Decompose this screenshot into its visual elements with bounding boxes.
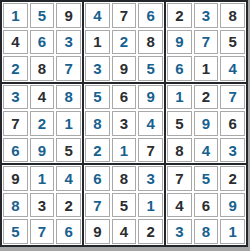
sudoku-board: 1594632874761283952389756143487216955698… [0,0,248,247]
sudoku-cell-r8c8[interactable]: 6 [194,193,219,218]
sudoku-cell-r9c8[interactable]: 8 [194,219,219,244]
sudoku-box-7: 914832576 [2,165,82,245]
sudoku-cell-r7c5[interactable]: 8 [112,166,137,191]
sudoku-cell-r6c5[interactable]: 1 [112,138,137,163]
sudoku-cell-r9c3[interactable]: 6 [56,219,81,244]
sudoku-cell-r4c5[interactable]: 6 [112,85,137,110]
sudoku-cell-r8c6[interactable]: 1 [138,193,163,218]
sudoku-cell-r7c3[interactable]: 4 [56,166,81,191]
sudoku-cell-r7c4[interactable]: 6 [85,166,110,191]
sudoku-cell-r1c7[interactable]: 2 [167,3,192,28]
sudoku-cell-r7c7[interactable]: 7 [167,166,192,191]
sudoku-cell-r2c4[interactable]: 1 [85,30,110,55]
sudoku-cell-r5c1[interactable]: 7 [3,111,28,136]
sudoku-cell-r5c9[interactable]: 6 [220,111,245,136]
sudoku-cell-r1c4[interactable]: 4 [85,3,110,28]
sudoku-cell-r3c5[interactable]: 9 [112,56,137,81]
sudoku-box-3: 238975614 [166,2,246,82]
sudoku-cell-r9c7[interactable]: 3 [167,219,192,244]
sudoku-cell-r3c8[interactable]: 1 [194,56,219,81]
sudoku-cell-r8c1[interactable]: 8 [3,193,28,218]
sudoku-cell-r6c4[interactable]: 2 [85,138,110,163]
sudoku-cell-r6c3[interactable]: 5 [56,138,81,163]
sudoku-cell-r5c2[interactable]: 2 [30,111,55,136]
sudoku-cell-r5c3[interactable]: 1 [56,111,81,136]
sudoku-cell-r8c3[interactable]: 2 [56,193,81,218]
sudoku-cell-r3c3[interactable]: 7 [56,56,81,81]
sudoku-cell-r3c9[interactable]: 4 [220,56,245,81]
sudoku-cell-r3c4[interactable]: 3 [85,56,110,81]
sudoku-cell-r4c2[interactable]: 4 [30,85,55,110]
sudoku-cell-r2c3[interactable]: 3 [56,30,81,55]
sudoku-cell-r4c7[interactable]: 1 [167,85,192,110]
sudoku-cell-r9c5[interactable]: 4 [112,219,137,244]
sudoku-cell-r4c4[interactable]: 5 [85,85,110,110]
sudoku-cell-r6c7[interactable]: 8 [167,138,192,163]
sudoku-box-4: 348721695 [2,84,82,164]
sudoku-cell-r2c9[interactable]: 5 [220,30,245,55]
sudoku-cell-r6c8[interactable]: 4 [194,138,219,163]
sudoku-cell-r4c9[interactable]: 7 [220,85,245,110]
sudoku-cell-r2c1[interactable]: 4 [3,30,28,55]
sudoku-cell-r6c2[interactable]: 9 [30,138,55,163]
sudoku-cell-r1c1[interactable]: 1 [3,3,28,28]
sudoku-app: 1594632874761283952389756143487216955698… [0,0,250,251]
sudoku-cell-r6c6[interactable]: 7 [138,138,163,163]
sudoku-cell-r2c5[interactable]: 2 [112,30,137,55]
sudoku-cell-r3c6[interactable]: 5 [138,56,163,81]
sudoku-cell-r1c3[interactable]: 9 [56,3,81,28]
sudoku-cell-r8c4[interactable]: 7 [85,193,110,218]
sudoku-cell-r7c8[interactable]: 5 [194,166,219,191]
sudoku-cell-r5c6[interactable]: 4 [138,111,163,136]
sudoku-cell-r8c2[interactable]: 3 [30,193,55,218]
sudoku-cell-r2c2[interactable]: 6 [30,30,55,55]
sudoku-cell-r4c8[interactable]: 2 [194,85,219,110]
sudoku-cell-r2c8[interactable]: 7 [194,30,219,55]
sudoku-cell-r4c1[interactable]: 3 [3,85,28,110]
sudoku-cell-r8c5[interactable]: 5 [112,193,137,218]
sudoku-cell-r5c4[interactable]: 8 [85,111,110,136]
sudoku-box-5: 569834217 [84,84,164,164]
sudoku-cell-r1c6[interactable]: 6 [138,3,163,28]
sudoku-cell-r6c1[interactable]: 6 [3,138,28,163]
sudoku-cell-r3c7[interactable]: 6 [167,56,192,81]
sudoku-cell-r4c6[interactable]: 9 [138,85,163,110]
sudoku-cell-r8c9[interactable]: 9 [220,193,245,218]
sudoku-cell-r2c6[interactable]: 8 [138,30,163,55]
sudoku-cell-r5c7[interactable]: 5 [167,111,192,136]
sudoku-cell-r1c2[interactable]: 5 [30,3,55,28]
sudoku-box-6: 127596843 [166,84,246,164]
sudoku-cell-r3c2[interactable]: 8 [30,56,55,81]
sudoku-cell-r1c8[interactable]: 3 [194,3,219,28]
sudoku-box-2: 476128395 [84,2,164,82]
sudoku-cell-r9c9[interactable]: 1 [220,219,245,244]
sudoku-box-8: 683751942 [84,165,164,245]
sudoku-cell-r7c6[interactable]: 3 [138,166,163,191]
sudoku-cell-r4c3[interactable]: 8 [56,85,81,110]
sudoku-cell-r5c8[interactable]: 9 [194,111,219,136]
sudoku-cell-r5c5[interactable]: 3 [112,111,137,136]
sudoku-cell-r7c1[interactable]: 9 [3,166,28,191]
sudoku-box-9: 752469381 [166,165,246,245]
sudoku-cell-r9c6[interactable]: 2 [138,219,163,244]
sudoku-cell-r9c2[interactable]: 7 [30,219,55,244]
sudoku-box-1: 159463287 [2,2,82,82]
sudoku-cell-r2c7[interactable]: 9 [167,30,192,55]
sudoku-cell-r1c9[interactable]: 8 [220,3,245,28]
sudoku-cell-r7c9[interactable]: 2 [220,166,245,191]
sudoku-cell-r3c1[interactable]: 2 [3,56,28,81]
sudoku-cell-r1c5[interactable]: 7 [112,3,137,28]
sudoku-cell-r6c9[interactable]: 3 [220,138,245,163]
sudoku-cell-r7c2[interactable]: 1 [30,166,55,191]
sudoku-cell-r9c4[interactable]: 9 [85,219,110,244]
sudoku-cell-r9c1[interactable]: 5 [3,219,28,244]
sudoku-cell-r8c7[interactable]: 4 [167,193,192,218]
